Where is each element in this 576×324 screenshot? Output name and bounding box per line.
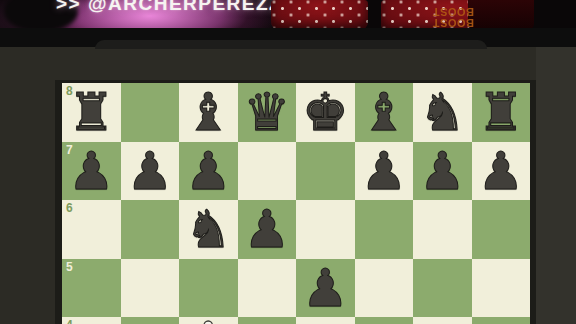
- dark-red-fabric-shadow: [468, 0, 534, 28]
- square-b4[interactable]: [121, 317, 180, 324]
- app-background-right: [536, 47, 576, 324]
- square-a5[interactable]: 5: [62, 259, 121, 318]
- square-b6[interactable]: [121, 200, 180, 259]
- creator-handle: >> @ARCHERPEREZZ: [56, 0, 282, 15]
- square-e6[interactable]: [296, 200, 355, 259]
- square-f4[interactable]: [355, 317, 414, 324]
- rank-label-8: 8: [66, 84, 73, 98]
- square-a7[interactable]: 7♟: [62, 142, 121, 201]
- video-card-bottom-edge: [95, 40, 487, 49]
- square-g5[interactable]: [413, 259, 472, 318]
- white-bishop-c4[interactable]: ♝: [179, 312, 238, 324]
- square-d4[interactable]: [238, 317, 297, 324]
- chess-board: 8♜♝♛♚♝♞♜7♟♟♟♟♟♟6♞♟5♟4♝321: [62, 83, 530, 324]
- square-d6[interactable]: ♟: [238, 200, 297, 259]
- square-e4[interactable]: [296, 317, 355, 324]
- square-d8[interactable]: ♛: [238, 83, 297, 142]
- square-g4[interactable]: [413, 317, 472, 324]
- chess-board-frame: 8♜♝♛♚♝♞♜7♟♟♟♟♟♟6♞♟5♟4♝321: [55, 80, 536, 324]
- square-b5[interactable]: [121, 259, 180, 318]
- black-queen-d8[interactable]: ♛: [238, 83, 297, 142]
- square-d7[interactable]: [238, 142, 297, 201]
- black-pawn-g7[interactable]: ♟: [413, 142, 472, 201]
- square-g8[interactable]: ♞: [413, 83, 472, 142]
- square-h6[interactable]: [472, 200, 531, 259]
- rank-label-7: 7: [66, 143, 73, 157]
- black-pawn-c7[interactable]: ♟: [179, 142, 238, 201]
- square-h5[interactable]: [472, 259, 531, 318]
- black-knight-c6[interactable]: ♞: [179, 200, 238, 259]
- square-e5[interactable]: ♟: [296, 259, 355, 318]
- square-h4[interactable]: [472, 317, 531, 324]
- black-king-e8[interactable]: ♚: [296, 83, 355, 142]
- rank-label-5: 5: [66, 260, 73, 274]
- red-polka-dot-fabric: [271, 0, 368, 28]
- square-a4[interactable]: 4: [62, 317, 121, 324]
- black-knight-g8[interactable]: ♞: [413, 83, 472, 142]
- black-pawn-f7[interactable]: ♟: [355, 142, 414, 201]
- boost-sign-line: BOOST: [438, 6, 474, 17]
- square-g6[interactable]: [413, 200, 472, 259]
- square-a6[interactable]: 6: [62, 200, 121, 259]
- square-c7[interactable]: ♟: [179, 142, 238, 201]
- rank-label-4: 4: [66, 318, 73, 324]
- boost-sign-line: BOOST: [438, 17, 474, 28]
- square-b8[interactable]: [121, 83, 180, 142]
- square-g7[interactable]: ♟: [413, 142, 472, 201]
- black-pawn-d6[interactable]: ♟: [238, 200, 297, 259]
- square-c5[interactable]: [179, 259, 238, 318]
- square-f5[interactable]: [355, 259, 414, 318]
- square-h7[interactable]: ♟: [472, 142, 531, 201]
- square-h8[interactable]: ♜: [472, 83, 531, 142]
- black-bishop-c8[interactable]: ♝: [179, 83, 238, 142]
- video-banner: >> @ARCHERPEREZZ BOOST BOOST: [0, 0, 576, 28]
- black-pawn-h7[interactable]: ♟: [472, 142, 531, 201]
- square-c6[interactable]: ♞: [179, 200, 238, 259]
- screenshot-stage: >> @ARCHERPEREZZ BOOST BOOST 8♜♝♛♚♝♞♜7♟♟…: [0, 0, 576, 324]
- black-pawn-e5[interactable]: ♟: [296, 259, 355, 318]
- square-e8[interactable]: ♚: [296, 83, 355, 142]
- square-f8[interactable]: ♝: [355, 83, 414, 142]
- black-rook-h8[interactable]: ♜: [472, 83, 531, 142]
- black-pawn-b7[interactable]: ♟: [121, 142, 180, 201]
- square-c4[interactable]: ♝: [179, 317, 238, 324]
- square-c8[interactable]: ♝: [179, 83, 238, 142]
- square-f7[interactable]: ♟: [355, 142, 414, 201]
- boost-sign: BOOST BOOST: [438, 0, 474, 28]
- square-e7[interactable]: [296, 142, 355, 201]
- square-a8[interactable]: 8♜: [62, 83, 121, 142]
- square-f6[interactable]: [355, 200, 414, 259]
- rank-label-6: 6: [66, 201, 73, 215]
- black-bishop-f8[interactable]: ♝: [355, 83, 414, 142]
- square-b7[interactable]: ♟: [121, 142, 180, 201]
- square-d5[interactable]: [238, 259, 297, 318]
